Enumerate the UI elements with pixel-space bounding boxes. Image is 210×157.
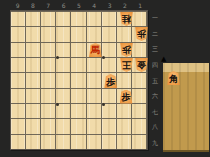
file-label-8: 8 (25, 2, 40, 9)
tsume-shogi-widget: 987654321 一二三四五六七八九 桂歩馬歩王金歩歩 ▲ 角 (0, 0, 210, 157)
rank-label-5: 五 (150, 77, 160, 84)
piece-glyph: 角 (169, 72, 178, 85)
rank-label-6: 六 (150, 92, 160, 99)
star-point (102, 103, 105, 106)
piece-glyph: 歩 (106, 75, 115, 88)
piece-glyph: 歩 (137, 27, 146, 40)
file-label-2: 2 (117, 2, 132, 9)
piece-glyph: 金 (137, 58, 146, 71)
star-point (56, 56, 59, 59)
rank-label-9: 九 (150, 139, 160, 146)
file-label-1: 1 (133, 2, 148, 9)
file-label-6: 6 (56, 2, 71, 9)
piece-glyph: 歩 (122, 43, 131, 56)
star-point (102, 56, 105, 59)
rank-label-8: 八 (150, 123, 160, 130)
file-label-5: 5 (71, 2, 86, 9)
rank-label-7: 七 (150, 108, 160, 115)
komadai-piece-stand[interactable]: 角 (163, 63, 209, 152)
file-label-7: 7 (41, 2, 56, 9)
rank-label-1: 一 (150, 14, 160, 21)
piece-glyph: 桂 (122, 12, 131, 25)
file-label-3: 3 (102, 2, 117, 9)
piece-glyph: 歩 (122, 91, 131, 104)
sente-to-move-marker: ▲ (161, 55, 166, 63)
piece-glyph: 馬 (91, 44, 100, 57)
hand-piece-sente-角[interactable]: 角 (167, 71, 180, 85)
file-label-4: 4 (87, 2, 102, 9)
rank-label-4: 四 (150, 61, 160, 68)
piece-glyph: 王 (122, 58, 131, 71)
shogi-board[interactable]: 桂歩馬歩王金歩歩 (10, 10, 148, 150)
board-gridlines (11, 11, 147, 149)
rank-label-3: 三 (150, 45, 160, 52)
rank-label-2: 二 (150, 30, 160, 37)
star-point (56, 103, 59, 106)
file-label-9: 9 (10, 2, 25, 9)
